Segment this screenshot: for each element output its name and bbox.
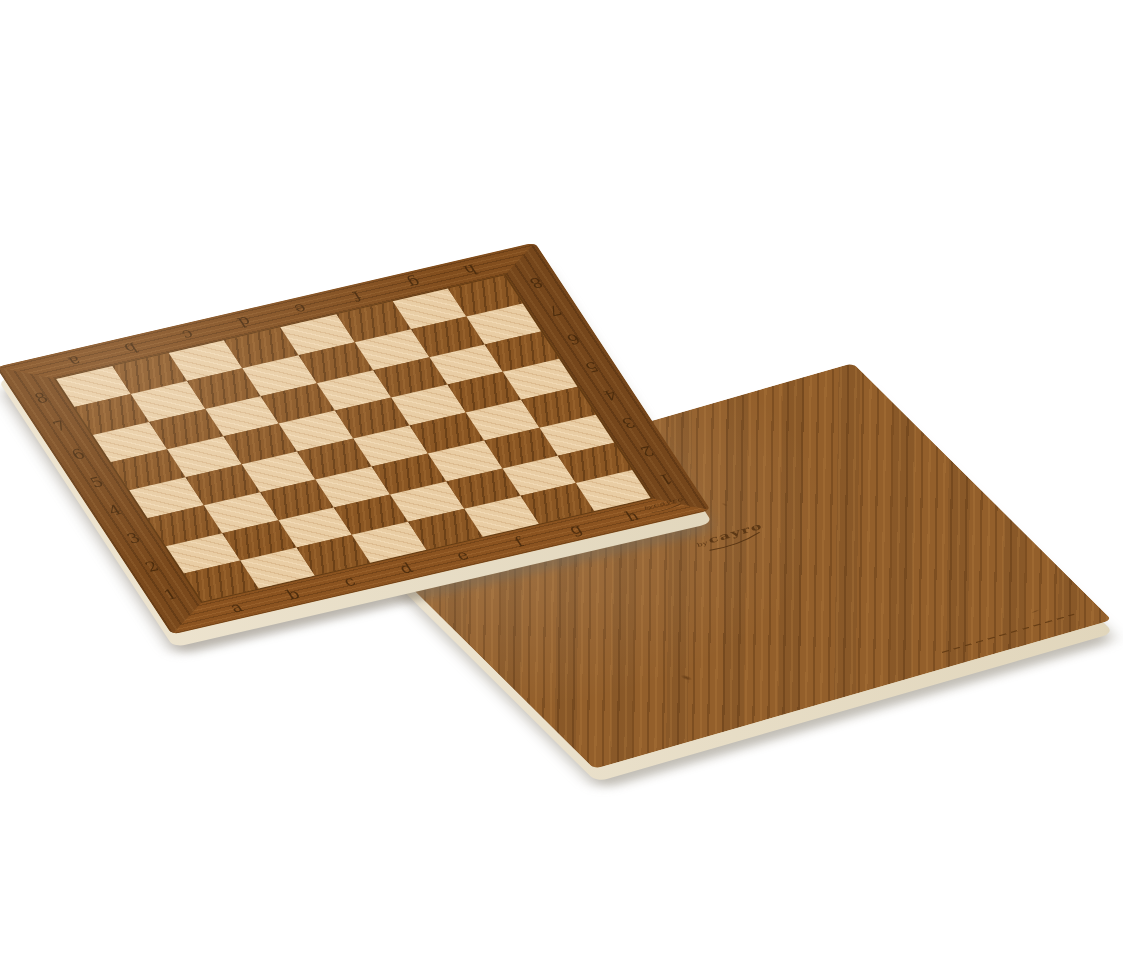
wood-knot bbox=[719, 501, 731, 508]
product-photo-stage: bycayro abcdefgh abcdefgh 87654321 87654… bbox=[0, 0, 1123, 960]
wood-knot bbox=[1028, 608, 1042, 615]
wood-knot bbox=[676, 673, 696, 683]
